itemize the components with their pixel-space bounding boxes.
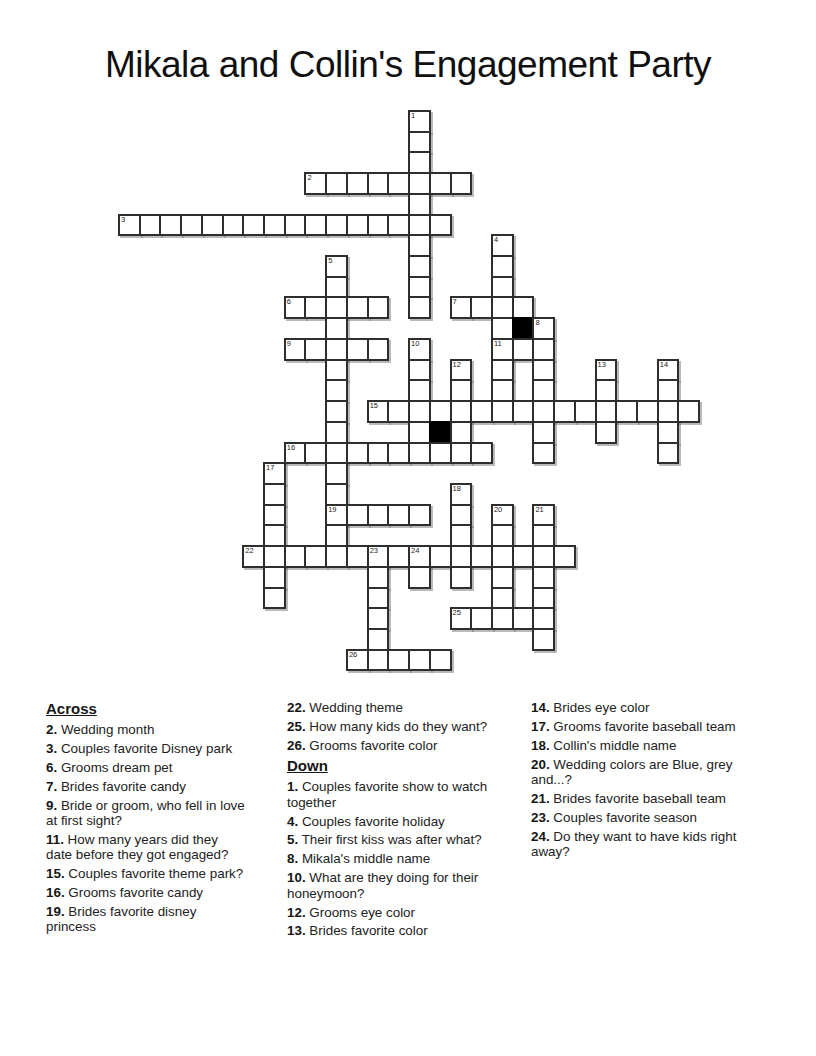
grid-cell[interactable] xyxy=(615,400,638,423)
cell-number: 13 xyxy=(598,360,606,369)
black-cell xyxy=(429,421,452,444)
cell-number: 2 xyxy=(307,173,311,182)
grid-cell[interactable] xyxy=(387,545,410,568)
grid-cell[interactable] xyxy=(450,442,473,465)
grid-cell[interactable] xyxy=(139,214,162,237)
grid-cell[interactable] xyxy=(263,524,286,547)
clue-number: 11. xyxy=(46,832,64,847)
grid-cell[interactable] xyxy=(408,255,431,278)
down-clue-list-part2: 14. Brides eye color17. Grooms favorite … xyxy=(531,700,743,860)
grid-cell[interactable]: 6 xyxy=(284,296,307,319)
grid-cell[interactable] xyxy=(346,504,369,527)
clue-number: 6. xyxy=(46,760,57,775)
grid-cell[interactable]: 2 xyxy=(304,172,327,195)
grid-cell[interactable]: 4 xyxy=(491,234,514,257)
grid-cell[interactable] xyxy=(657,400,680,423)
grid-cell[interactable]: 19 xyxy=(325,504,348,527)
clue-number: 17. xyxy=(531,719,550,734)
grid-cell[interactable] xyxy=(450,172,473,195)
grid-cell[interactable] xyxy=(222,214,245,237)
cell-number: 14 xyxy=(660,360,668,369)
grid-cell[interactable] xyxy=(325,400,348,423)
grid-cell[interactable] xyxy=(470,545,493,568)
clue-3: 3. Couples favorite Disney park xyxy=(46,741,246,756)
clue-number: 20. xyxy=(531,757,550,772)
grid-cell[interactable] xyxy=(304,338,327,361)
grid-cell[interactable] xyxy=(408,172,431,195)
cell-number: 17 xyxy=(266,463,274,472)
clue-number: 7. xyxy=(46,779,57,794)
clue-number: 5. xyxy=(287,832,298,847)
cell-number: 7 xyxy=(453,297,457,306)
grid-cell[interactable] xyxy=(532,545,555,568)
grid-cell[interactable] xyxy=(263,483,286,506)
grid-cell[interactable]: 13 xyxy=(595,359,618,382)
grid-cell[interactable] xyxy=(470,296,493,319)
grid-cell[interactable] xyxy=(408,400,431,423)
grid-cell[interactable] xyxy=(470,442,493,465)
cell-number: 5 xyxy=(328,256,332,265)
grid-cell[interactable] xyxy=(263,566,286,589)
down-header: Down xyxy=(287,757,489,774)
grid-cell[interactable]: 14 xyxy=(657,359,680,382)
grid-cell[interactable] xyxy=(470,400,493,423)
cell-number: 15 xyxy=(370,401,378,410)
grid-cell[interactable] xyxy=(325,524,348,547)
grid-cell[interactable]: 17 xyxy=(263,462,286,485)
grid-cell[interactable] xyxy=(532,442,555,465)
grid-cell[interactable] xyxy=(346,545,369,568)
clue-6: 6. Grooms dream pet xyxy=(46,760,246,775)
grid-cell[interactable]: 15 xyxy=(367,400,390,423)
grid-cell[interactable] xyxy=(470,607,493,630)
grid-cell[interactable] xyxy=(180,214,203,237)
grid-cell[interactable] xyxy=(429,545,452,568)
grid-cell[interactable] xyxy=(512,296,535,319)
clue-26: 26. Grooms favorite color xyxy=(287,738,489,753)
grid-cell[interactable]: 16 xyxy=(284,442,307,465)
grid-cell[interactable] xyxy=(304,545,327,568)
down-clue-list-part1: 1. Couples favorite show to watch togeth… xyxy=(287,779,489,939)
clue-2: 2. Wedding month xyxy=(46,722,246,737)
cell-number: 3 xyxy=(121,215,125,224)
grid-cell[interactable] xyxy=(491,379,514,402)
cell-number: 1 xyxy=(411,111,415,120)
grid-cell[interactable] xyxy=(512,400,535,423)
grid-cell[interactable] xyxy=(491,545,514,568)
grid-cell[interactable] xyxy=(532,379,555,402)
grid-cell[interactable] xyxy=(263,545,286,568)
grid-cell[interactable] xyxy=(387,442,410,465)
cell-number: 18 xyxy=(453,484,461,493)
grid-cell[interactable] xyxy=(450,421,473,444)
grid-cell[interactable] xyxy=(367,566,390,589)
puzzle-title: Mikala and Collin's Engagement Party xyxy=(0,44,816,86)
grid-cell[interactable] xyxy=(263,214,286,237)
grid-cell[interactable] xyxy=(429,649,452,672)
grid-cell[interactable] xyxy=(408,566,431,589)
clue-14: 14. Brides eye color xyxy=(531,700,743,715)
grid-cell[interactable] xyxy=(367,587,390,610)
black-cell xyxy=(512,317,535,340)
grid-cell[interactable] xyxy=(284,545,307,568)
grid-cell[interactable] xyxy=(595,400,618,423)
cell-number: 10 xyxy=(411,339,419,348)
grid-cell[interactable] xyxy=(387,504,410,527)
grid-cell[interactable] xyxy=(657,379,680,402)
grid-cell[interactable]: 25 xyxy=(450,607,473,630)
grid-cell[interactable] xyxy=(408,276,431,299)
grid-cell[interactable] xyxy=(408,421,431,444)
grid-cell[interactable] xyxy=(532,400,555,423)
clue-25: 25. How many kids do they want? xyxy=(287,719,489,734)
clue-number: 24. xyxy=(531,829,550,844)
clue-20: 20. Wedding colors are Blue, grey and...… xyxy=(531,757,743,788)
grid-cell[interactable] xyxy=(367,504,390,527)
grid-cell[interactable] xyxy=(450,566,473,589)
grid-cell[interactable] xyxy=(657,442,680,465)
clue-4: 4. Couples favorite holiday xyxy=(287,814,489,829)
grid-cell[interactable] xyxy=(325,483,348,506)
grid-cell[interactable] xyxy=(512,338,535,361)
grid-cell[interactable] xyxy=(574,400,597,423)
cell-number: 21 xyxy=(535,505,543,514)
grid-cell[interactable] xyxy=(346,442,369,465)
grid-cell[interactable]: 9 xyxy=(284,338,307,361)
cell-number: 23 xyxy=(370,546,378,555)
cell-number: 25 xyxy=(453,608,461,617)
across-clue-list-part2: 22. Wedding theme25. How many kids do th… xyxy=(287,700,489,753)
grid-cell[interactable] xyxy=(367,338,390,361)
grid-cell[interactable] xyxy=(408,193,431,216)
grid-cell[interactable] xyxy=(532,421,555,444)
across-clue-list-part1: 2. Wedding month3. Couples favorite Disn… xyxy=(46,722,246,935)
grid-cell[interactable] xyxy=(408,649,431,672)
clue-24: 24. Do they want to have kids right away… xyxy=(531,829,743,860)
grid-cell[interactable] xyxy=(325,276,348,299)
grid-cell[interactable] xyxy=(408,214,431,237)
grid-cell[interactable]: 24 xyxy=(408,545,431,568)
grid-cell[interactable] xyxy=(408,131,431,154)
grid-cell[interactable] xyxy=(532,524,555,547)
clue-11: 11. How many years did they date before … xyxy=(46,832,246,863)
grid-cell[interactable]: 18 xyxy=(450,483,473,506)
grid-cell[interactable] xyxy=(387,172,410,195)
grid-cell[interactable] xyxy=(450,504,473,527)
grid-cell[interactable] xyxy=(304,442,327,465)
grid-cell[interactable] xyxy=(325,214,348,237)
grid-cell[interactable] xyxy=(429,442,452,465)
grid-cell[interactable] xyxy=(408,296,431,319)
grid-cell[interactable] xyxy=(325,338,348,361)
clue-number: 18. xyxy=(531,738,550,753)
cell-number: 6 xyxy=(287,297,291,306)
grid-cell[interactable] xyxy=(512,607,535,630)
grid-cell[interactable] xyxy=(595,379,618,402)
grid-cell[interactable] xyxy=(532,587,555,610)
grid-cell[interactable] xyxy=(408,379,431,402)
grid-cell[interactable] xyxy=(387,649,410,672)
grid-cell[interactable]: 20 xyxy=(491,504,514,527)
clue-number: 13. xyxy=(287,923,306,938)
cell-number: 11 xyxy=(494,339,502,348)
grid-cell[interactable] xyxy=(491,359,514,382)
grid-cell[interactable]: 10 xyxy=(408,338,431,361)
grid-cell[interactable] xyxy=(491,566,514,589)
grid-cell[interactable] xyxy=(532,338,555,361)
cell-number: 19 xyxy=(328,505,336,514)
grid-cell[interactable]: 5 xyxy=(325,255,348,278)
grid-cell[interactable]: 1 xyxy=(408,110,431,133)
grid-cell[interactable] xyxy=(387,214,410,237)
grid-cell[interactable] xyxy=(367,607,390,630)
grid-cell[interactable] xyxy=(346,338,369,361)
grid-cell[interactable] xyxy=(532,628,555,651)
clue-1: 1. Couples favorite show to watch togeth… xyxy=(287,779,489,810)
grid-cell[interactable] xyxy=(636,400,659,423)
grid-cell[interactable] xyxy=(387,400,410,423)
clue-15: 15. Couples favorite theme park? xyxy=(46,866,246,881)
grid-cell[interactable] xyxy=(242,214,265,237)
grid-cell[interactable] xyxy=(325,545,348,568)
clue-16: 16. Grooms favorite candy xyxy=(46,885,246,900)
grid-cell[interactable] xyxy=(491,607,514,630)
cell-number: 22 xyxy=(245,546,253,555)
grid-cell[interactable] xyxy=(367,649,390,672)
grid-cell[interactable] xyxy=(408,234,431,257)
grid-cell[interactable] xyxy=(450,379,473,402)
grid-cell[interactable] xyxy=(429,172,452,195)
grid-cell[interactable] xyxy=(408,442,431,465)
clue-number: 21. xyxy=(531,791,550,806)
grid-cell[interactable] xyxy=(491,255,514,278)
cell-number: 24 xyxy=(411,546,419,555)
cell-number: 4 xyxy=(494,235,498,244)
clue-13: 13. Brides favorite color xyxy=(287,923,489,938)
across-header: Across xyxy=(46,700,246,717)
grid-cell[interactable] xyxy=(325,421,348,444)
grid-cell[interactable] xyxy=(450,524,473,547)
grid-cell[interactable] xyxy=(429,214,452,237)
grid-cell[interactable] xyxy=(367,628,390,651)
clue-7: 7. Brides favorite candy xyxy=(46,779,246,794)
grid-cell[interactable] xyxy=(284,214,307,237)
clue-number: 19. xyxy=(46,904,65,919)
grid-cell[interactable] xyxy=(491,296,514,319)
grid-cell[interactable] xyxy=(553,545,576,568)
grid-cell[interactable]: 23 xyxy=(367,545,390,568)
grid-cell[interactable] xyxy=(450,545,473,568)
grid-cell[interactable] xyxy=(263,587,286,610)
cell-number: 26 xyxy=(349,650,357,659)
grid-cell[interactable]: 26 xyxy=(346,649,369,672)
grid-cell[interactable] xyxy=(491,524,514,547)
grid-cell[interactable] xyxy=(408,359,431,382)
grid-cell[interactable]: 8 xyxy=(532,317,555,340)
grid-cell[interactable] xyxy=(367,172,390,195)
grid-cell[interactable] xyxy=(325,317,348,340)
clue-10: 10. What are they doing for their honeym… xyxy=(287,870,489,901)
grid-cell[interactable] xyxy=(532,359,555,382)
grid-cell[interactable] xyxy=(325,462,348,485)
grid-cell[interactable] xyxy=(595,421,618,444)
clue-column-3: 14. Brides eye color17. Grooms favorite … xyxy=(531,700,743,863)
clue-column-1: Across 2. Wedding month3. Couples favori… xyxy=(46,700,246,938)
clue-number: 16. xyxy=(46,885,65,900)
clue-5: 5. Their first kiss was after what? xyxy=(287,832,489,847)
clue-12: 12. Grooms eye color xyxy=(287,905,489,920)
clue-number: 2. xyxy=(46,722,57,737)
grid-cell[interactable] xyxy=(325,442,348,465)
clue-number: 9. xyxy=(46,798,57,813)
grid-cell[interactable] xyxy=(491,317,514,340)
grid-cell[interactable] xyxy=(325,296,348,319)
grid-cell[interactable] xyxy=(263,504,286,527)
clue-19: 19. Brides favorite disney princess xyxy=(46,904,246,935)
clue-18: 18. Collin's middle name xyxy=(531,738,743,753)
cell-number: 9 xyxy=(287,339,291,348)
clue-17: 17. Grooms favorite baseball team xyxy=(531,719,743,734)
grid-cell[interactable] xyxy=(304,214,327,237)
grid-cell[interactable]: 11 xyxy=(491,338,514,361)
grid-cell[interactable]: 22 xyxy=(242,545,265,568)
clue-number: 1. xyxy=(287,779,298,794)
grid-cell[interactable] xyxy=(367,442,390,465)
grid-cell[interactable] xyxy=(553,400,576,423)
grid-cell[interactable] xyxy=(429,400,452,423)
grid-cell[interactable] xyxy=(367,214,390,237)
grid-cell[interactable] xyxy=(159,214,182,237)
clue-8: 8. Mikala's middle name xyxy=(287,851,489,866)
grid-cell[interactable] xyxy=(201,214,224,237)
clue-column-2: 22. Wedding theme25. How many kids do th… xyxy=(287,700,489,942)
clue-number: 8. xyxy=(287,851,298,866)
grid-cell[interactable] xyxy=(367,296,390,319)
clue-number: 14. xyxy=(531,700,550,715)
grid-cell[interactable] xyxy=(450,400,473,423)
clue-number: 22. xyxy=(287,700,306,715)
grid-cell[interactable] xyxy=(325,379,348,402)
grid-cell[interactable] xyxy=(346,172,369,195)
grid-cell[interactable] xyxy=(346,296,369,319)
clue-number: 25. xyxy=(287,719,306,734)
grid-cell[interactable] xyxy=(532,566,555,589)
clue-23: 23. Couples favorite season xyxy=(531,810,743,825)
clue-22: 22. Wedding theme xyxy=(287,700,489,715)
clue-9: 9. Bride or groom, who fell in love at f… xyxy=(46,798,246,829)
clue-number: 4. xyxy=(287,814,298,829)
grid-cell[interactable]: 12 xyxy=(450,359,473,382)
grid-cell[interactable]: 21 xyxy=(532,504,555,527)
grid-cell[interactable] xyxy=(491,587,514,610)
grid-cell[interactable] xyxy=(408,151,431,174)
grid-cell[interactable] xyxy=(657,421,680,444)
grid-cell[interactable] xyxy=(491,276,514,299)
clue-number: 12. xyxy=(287,905,306,920)
cell-number: 8 xyxy=(535,318,539,327)
cell-number: 12 xyxy=(453,360,461,369)
clue-number: 26. xyxy=(287,738,306,753)
clue-number: 15. xyxy=(46,866,65,881)
grid-cell[interactable] xyxy=(512,545,535,568)
grid-cell[interactable]: 3 xyxy=(118,214,141,237)
grid-cell[interactable] xyxy=(677,400,700,423)
grid-cell[interactable] xyxy=(346,214,369,237)
grid-cell[interactable]: 7 xyxy=(450,296,473,319)
clue-21: 21. Brides favorite baseball team xyxy=(531,791,743,806)
clue-number: 23. xyxy=(531,810,550,825)
clue-number: 10. xyxy=(287,870,306,885)
clue-number: 3. xyxy=(46,741,57,756)
grid-cell[interactable] xyxy=(304,296,327,319)
grid-cell[interactable] xyxy=(325,172,348,195)
cell-number: 16 xyxy=(287,443,295,452)
grid-cell[interactable] xyxy=(491,400,514,423)
grid-cell[interactable] xyxy=(532,607,555,630)
grid-cell[interactable] xyxy=(408,504,431,527)
grid-cell[interactable] xyxy=(325,359,348,382)
cell-number: 20 xyxy=(494,505,502,514)
